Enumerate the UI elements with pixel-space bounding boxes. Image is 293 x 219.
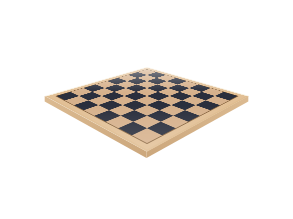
board-grid (55, 69, 239, 144)
game-board (45, 67, 249, 152)
board-scene (0, 0, 293, 219)
